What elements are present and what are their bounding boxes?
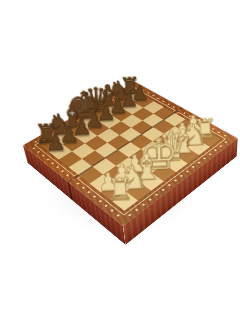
chess-piece-white-rook: ♜ xyxy=(106,174,134,205)
product-photo-canvas: ♜♟♟♜♞♟♟♞♝♟♟♝♛♟♟♛♚♟♟♚♝♟♟♝♞♟♟♞♜♟♟♜ xyxy=(0,0,240,329)
chess-piece-black-pawn: ♟ xyxy=(45,131,66,154)
